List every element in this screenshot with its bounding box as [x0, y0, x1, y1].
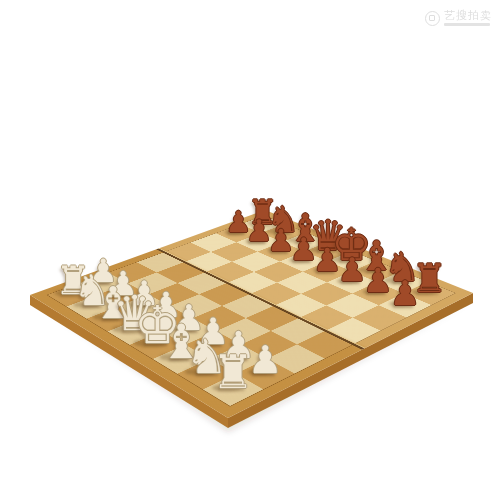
watermark-subtext-bar — [444, 23, 490, 26]
watermark-logo-icon — [425, 11, 440, 26]
chess-set-photo: ♜♞♝♛♚♝♞♜♟♟♟♟♟♟♟♟♟♟♟♟♟♟♟♟♜♞♝♛♚♝♞♜ 艺搜拍卖 — [0, 0, 500, 500]
watermark-text: 艺搜拍卖 — [444, 10, 492, 21]
piece-red-pawn-h7[interactable]: ♟ — [390, 276, 421, 310]
watermark: 艺搜拍卖 — [425, 10, 492, 26]
piece-white-rook-h1[interactable]: ♜ — [212, 349, 254, 395]
piece-red-pawn-g7[interactable]: ♟ — [363, 265, 393, 298]
pieces-layer: ♜♞♝♛♚♝♞♜♟♟♟♟♟♟♟♟♟♟♟♟♟♟♟♟♜♞♝♛♚♝♞♜ — [0, 0, 500, 500]
